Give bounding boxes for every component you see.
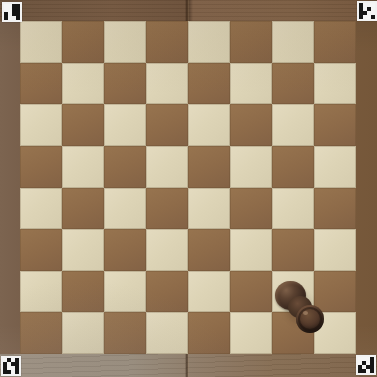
square-f1[interactable] (230, 312, 272, 354)
square-a5[interactable] (20, 146, 62, 188)
square-h3[interactable] (314, 229, 356, 271)
square-a3[interactable] (20, 229, 62, 271)
square-c3[interactable] (104, 229, 146, 271)
square-g8[interactable] (272, 21, 314, 63)
square-a8[interactable] (20, 21, 62, 63)
square-g6[interactable] (272, 104, 314, 146)
square-f4[interactable] (230, 188, 272, 230)
square-e6[interactable] (188, 104, 230, 146)
chessboard-photo: ♟ (0, 0, 377, 377)
fiducial-marker-top-right (357, 1, 377, 21)
board-top-border (0, 0, 377, 21)
square-c8[interactable] (104, 21, 146, 63)
square-c7[interactable] (104, 63, 146, 105)
square-c2[interactable] (104, 271, 146, 313)
fiducial-marker-bottom-right (356, 355, 376, 375)
square-d6[interactable] (146, 104, 188, 146)
square-d4[interactable] (146, 188, 188, 230)
board-bottom-border (0, 354, 377, 377)
fiducial-pattern (4, 4, 20, 20)
square-c5[interactable] (104, 146, 146, 188)
square-e8[interactable] (188, 21, 230, 63)
square-b6[interactable] (62, 104, 104, 146)
square-h6[interactable] (314, 104, 356, 146)
square-h5[interactable] (314, 146, 356, 188)
square-a7[interactable] (20, 63, 62, 105)
fiducial-marker-top-left (2, 2, 22, 22)
square-g7[interactable] (272, 63, 314, 105)
square-h4[interactable] (314, 188, 356, 230)
square-g5[interactable] (272, 146, 314, 188)
square-c4[interactable] (104, 188, 146, 230)
square-b1[interactable] (62, 312, 104, 354)
square-b5[interactable] (62, 146, 104, 188)
fiducial-pattern (3, 358, 19, 374)
square-a6[interactable] (20, 104, 62, 146)
square-c6[interactable] (104, 104, 146, 146)
square-h7[interactable] (314, 63, 356, 105)
square-b3[interactable] (62, 229, 104, 271)
square-d3[interactable] (146, 229, 188, 271)
square-g4[interactable] (272, 188, 314, 230)
square-e2[interactable] (188, 271, 230, 313)
square-a1[interactable] (20, 312, 62, 354)
square-d7[interactable] (146, 63, 188, 105)
square-h8[interactable] (314, 21, 356, 63)
square-f7[interactable] (230, 63, 272, 105)
square-f2[interactable] (230, 271, 272, 313)
square-a4[interactable] (20, 188, 62, 230)
square-f6[interactable] (230, 104, 272, 146)
square-e7[interactable] (188, 63, 230, 105)
square-b7[interactable] (62, 63, 104, 105)
square-e5[interactable] (188, 146, 230, 188)
square-f3[interactable] (230, 229, 272, 271)
square-b2[interactable] (62, 271, 104, 313)
square-g3[interactable] (272, 229, 314, 271)
square-e4[interactable] (188, 188, 230, 230)
square-d8[interactable] (146, 21, 188, 63)
pawn-head (296, 305, 324, 333)
square-e3[interactable] (188, 229, 230, 271)
square-d5[interactable] (146, 146, 188, 188)
square-c1[interactable] (104, 312, 146, 354)
square-f5[interactable] (230, 146, 272, 188)
square-e1[interactable] (188, 312, 230, 354)
square-d1[interactable] (146, 312, 188, 354)
black-pawn[interactable]: ♟ (272, 272, 326, 336)
square-d2[interactable] (146, 271, 188, 313)
square-f8[interactable] (230, 21, 272, 63)
fiducial-pattern (359, 3, 375, 19)
fiducial-marker-bottom-left (1, 356, 21, 376)
square-a2[interactable] (20, 271, 62, 313)
fiducial-pattern (358, 357, 374, 373)
square-b4[interactable] (62, 188, 104, 230)
square-b8[interactable] (62, 21, 104, 63)
black-pawn-glyph: ♟ (272, 272, 273, 273)
